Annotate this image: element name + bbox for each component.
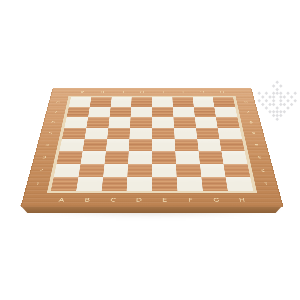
file-label-f: F (177, 193, 204, 207)
square-a1 (51, 177, 79, 191)
square-b3 (81, 151, 106, 164)
square-b5 (84, 128, 108, 139)
square-a7 (67, 107, 90, 117)
file-label-e: E (152, 193, 178, 207)
file-label-rotated-g: G (192, 88, 213, 96)
square-g2 (200, 164, 226, 177)
file-label-a: A (47, 193, 75, 207)
square-c8 (110, 97, 131, 107)
square-a6 (64, 117, 88, 128)
square-f6 (173, 117, 195, 128)
rank-label-rotated-4: 4 (245, 139, 268, 151)
square-b7 (88, 107, 110, 117)
square-e6 (152, 117, 174, 128)
square-f3 (175, 151, 200, 164)
file-label-d: D (126, 193, 152, 207)
square-f1 (177, 177, 203, 191)
squares-grid (51, 97, 254, 191)
rank-label-rotated-8: 8 (236, 97, 257, 107)
file-label-rotated-d: D (132, 88, 152, 96)
chess-shop-watermark-icon (257, 80, 298, 128)
square-c6 (108, 117, 130, 128)
square-c3 (104, 151, 129, 164)
product-photo: ABCDEFGH 87654321 87654321 ABCDEFGH (0, 0, 300, 300)
square-c7 (109, 107, 131, 117)
rank-label-rotated-7: 7 (238, 107, 259, 117)
square-b1 (76, 177, 103, 191)
square-d6 (130, 117, 152, 128)
square-a5 (62, 128, 86, 139)
square-d5 (129, 128, 152, 139)
rank-label-4: 4 (36, 139, 59, 151)
square-e7 (152, 107, 173, 117)
square-d8 (131, 97, 152, 107)
square-d2 (127, 164, 152, 177)
file-labels-top: ABCDEFGH (71, 88, 233, 96)
square-h6 (216, 117, 240, 128)
playfield (47, 96, 257, 193)
square-f2 (176, 164, 201, 177)
rank-label-rotated-2: 2 (251, 164, 276, 177)
rank-label-rotated-3: 3 (248, 151, 272, 164)
file-label-b: B (74, 193, 102, 207)
file-label-rotated-a: A (71, 88, 93, 96)
square-f5 (174, 128, 197, 139)
file-label-rotated-c: C (112, 88, 133, 96)
square-g6 (195, 117, 218, 128)
square-b4 (83, 139, 107, 151)
square-d1 (127, 177, 152, 191)
square-g3 (198, 151, 223, 164)
square-e1 (152, 177, 177, 191)
square-c2 (103, 164, 128, 177)
square-h5 (218, 128, 242, 139)
square-d4 (129, 139, 152, 151)
square-h8 (213, 97, 235, 107)
square-c5 (107, 128, 130, 139)
square-f4 (175, 139, 199, 151)
square-f7 (173, 107, 195, 117)
rank-label-7: 7 (45, 107, 66, 117)
rank-label-rotated-1: 1 (254, 177, 280, 191)
square-d3 (128, 151, 152, 164)
square-h4 (220, 139, 245, 151)
square-c1 (101, 177, 127, 191)
square-b6 (86, 117, 109, 128)
file-label-rotated-b: B (91, 88, 112, 96)
file-label-rotated-f: F (172, 88, 193, 96)
square-f8 (172, 97, 193, 107)
square-a3 (57, 151, 83, 164)
square-g7 (194, 107, 216, 117)
square-a8 (69, 97, 91, 107)
square-h3 (221, 151, 247, 164)
square-c4 (106, 139, 130, 151)
square-e4 (152, 139, 175, 151)
rank-label-rotated-5: 5 (243, 128, 266, 139)
square-h1 (226, 177, 254, 191)
square-g4 (197, 139, 221, 151)
square-g1 (201, 177, 228, 191)
rank-label-8: 8 (48, 97, 69, 107)
square-g5 (196, 128, 220, 139)
square-h2 (223, 164, 250, 177)
rank-label-5: 5 (39, 128, 62, 139)
square-e2 (152, 164, 177, 177)
chess-board: ABCDEFGH 87654321 87654321 ABCDEFGH (21, 88, 284, 207)
square-e8 (152, 97, 173, 107)
square-a2 (54, 164, 81, 177)
square-e3 (152, 151, 176, 164)
square-d7 (131, 107, 152, 117)
file-label-h: H (228, 193, 256, 207)
square-b8 (90, 97, 112, 107)
file-label-c: C (100, 193, 127, 207)
watermark-diamonds (257, 80, 297, 121)
square-b2 (78, 164, 104, 177)
rank-label-6: 6 (42, 117, 64, 128)
file-labels-bottom: ABCDEFGH (47, 193, 256, 207)
square-e5 (152, 128, 175, 139)
square-a4 (59, 139, 84, 151)
square-h7 (214, 107, 237, 117)
square-g8 (193, 97, 215, 107)
file-label-rotated-h: H (211, 88, 233, 96)
file-label-g: G (203, 193, 231, 207)
file-label-rotated-e: E (152, 88, 172, 96)
board-frame: ABCDEFGH 87654321 87654321 ABCDEFGH (21, 88, 284, 207)
